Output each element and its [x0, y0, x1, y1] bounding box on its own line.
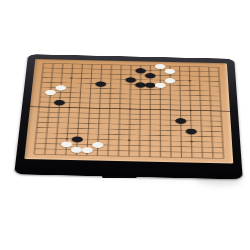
product-photo-scene: ●●●●●●●●●●●●●●●●●●●●	[0, 0, 250, 250]
black-stone-6: ●	[94, 80, 107, 87]
black-stone-8: ●	[174, 117, 187, 124]
go-board: ●●●●●●●●●●●●●●●●●●●●	[28, 7, 232, 211]
black-stone-7: ●	[53, 99, 66, 106]
white-stone-10: ●	[80, 146, 94, 153]
hoshi-dot	[190, 141, 193, 143]
white-stone-2: ●	[164, 68, 177, 74]
white-stone-6: ●	[44, 89, 57, 96]
white-stone-4: ●	[154, 82, 167, 89]
black-stone-2: ●	[144, 72, 157, 78]
board-surface: ●●●●●●●●●●●●●●●●●●●●	[24, 59, 233, 164]
hoshi-dot	[128, 139, 131, 141]
black-stone-9: ●	[185, 127, 198, 134]
hoshi-dot	[188, 80, 191, 81]
hoshi-dot	[70, 77, 73, 78]
